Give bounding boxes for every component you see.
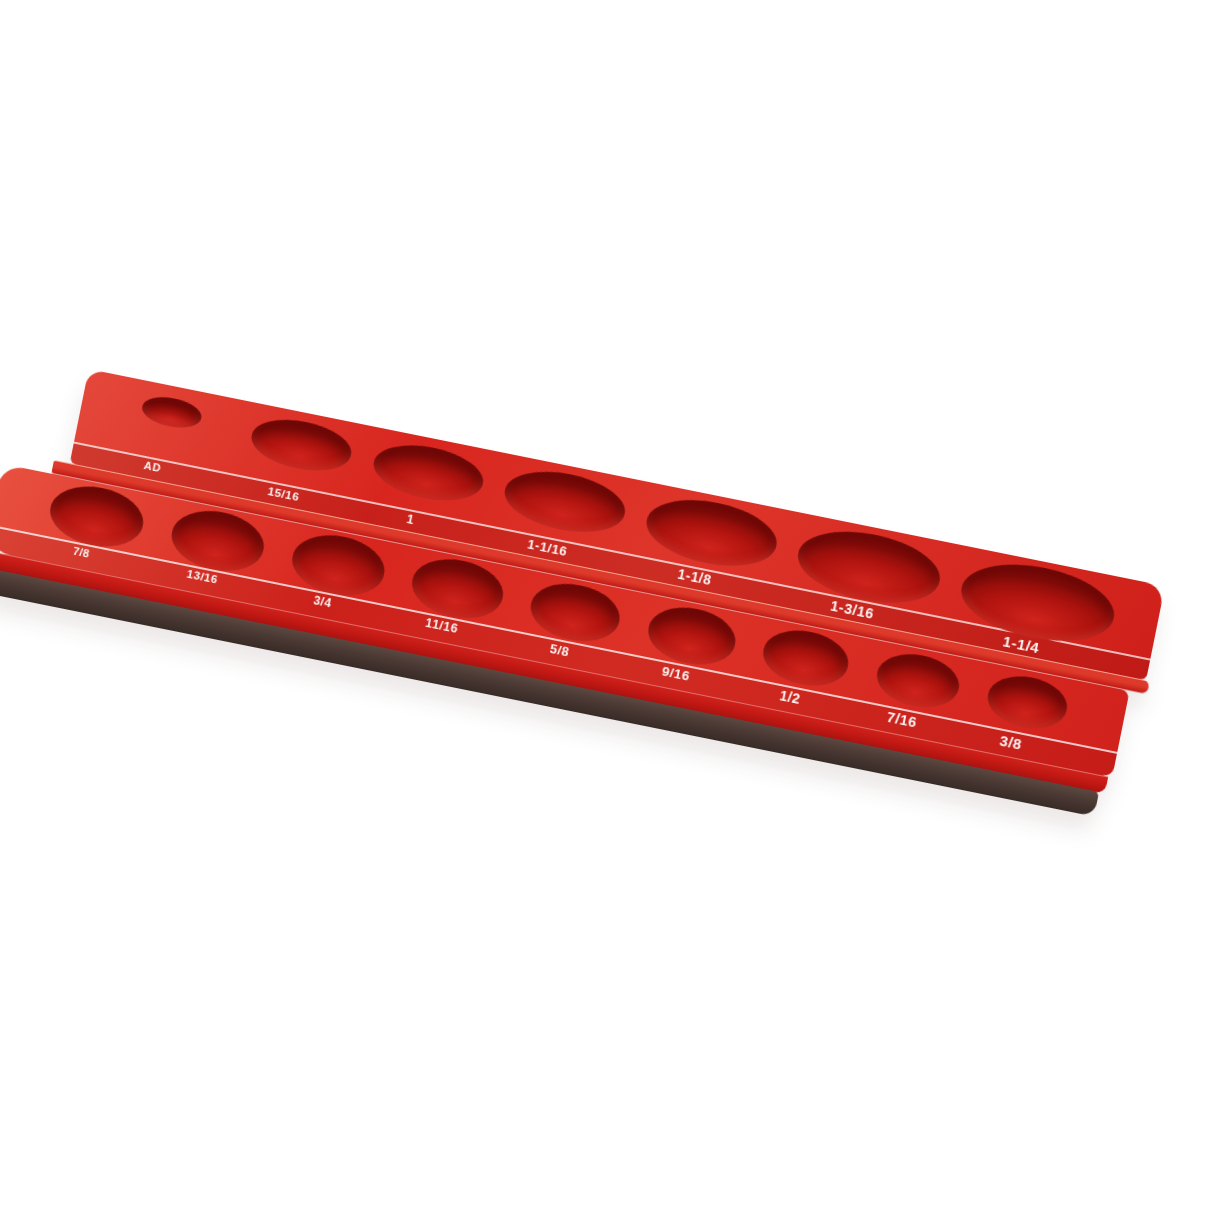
socket-tray: AD15/1611-1/161-1/81-3/161-1/4 7/813/163… (0, 356, 1151, 821)
socket-hole (369, 436, 488, 508)
socket-hole (247, 412, 356, 478)
socket-hole (872, 647, 964, 714)
socket-hole (526, 576, 625, 649)
socket-hole-slot: AD (129, 381, 207, 487)
socket-size-label: 1 (405, 512, 416, 532)
socket-hole (407, 552, 508, 626)
socket-hole (792, 520, 946, 613)
socket-hole (983, 669, 1072, 734)
socket-hole (287, 528, 389, 603)
socket-hole (759, 624, 854, 693)
socket-hole (45, 479, 149, 555)
socket-hole (641, 490, 783, 576)
socket-hole (643, 600, 740, 671)
socket-hole (500, 462, 630, 541)
product-photo: AD15/1611-1/161-1/81-3/161-1/4 7/813/163… (0, 0, 1214, 1214)
socket-hole-slot: 3/8 (977, 664, 1073, 766)
socket-hole-slot: 7/16 (866, 641, 965, 744)
socket-hole (955, 552, 1121, 653)
socket-hole-slot: 5/8 (520, 572, 626, 676)
socket-size-label: 7/8 (70, 545, 91, 571)
socket-hole-slot: 9/16 (638, 595, 742, 699)
socket-size-label: 3/4 (310, 593, 332, 619)
socket-hole-slot: 1/2 (753, 619, 855, 722)
socket-hole (166, 503, 269, 578)
socket-hole (140, 393, 204, 432)
